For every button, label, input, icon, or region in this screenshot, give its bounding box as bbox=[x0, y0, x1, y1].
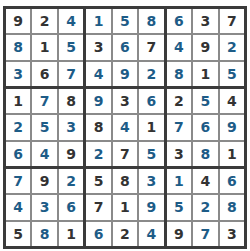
block-2-1: 178253649 bbox=[6, 89, 83, 166]
cell-r4c5[interactable]: 3 bbox=[113, 89, 137, 113]
cell-r8c6[interactable]: 9 bbox=[139, 195, 163, 219]
block-1-3: 637492815 bbox=[167, 9, 244, 86]
cell-r6c2[interactable]: 4 bbox=[32, 142, 56, 166]
cell-r4c9[interactable]: 4 bbox=[220, 89, 244, 113]
cell-r7c2[interactable]: 9 bbox=[32, 169, 56, 193]
block-1-1: 924815367 bbox=[6, 9, 83, 86]
cell-r9c3[interactable]: 1 bbox=[59, 222, 83, 246]
cell-r3c4[interactable]: 4 bbox=[86, 62, 110, 86]
cell-r8c9[interactable]: 8 bbox=[220, 195, 244, 219]
cell-r9c1[interactable]: 5 bbox=[6, 222, 30, 246]
cell-r5c4[interactable]: 8 bbox=[86, 115, 110, 139]
cell-r1c4[interactable]: 1 bbox=[86, 9, 110, 33]
cell-r1c3[interactable]: 4 bbox=[59, 9, 83, 33]
cell-r9c6[interactable]: 4 bbox=[139, 222, 163, 246]
cell-r3c2[interactable]: 6 bbox=[32, 62, 56, 86]
cell-r7c9[interactable]: 6 bbox=[220, 169, 244, 193]
cell-r9c7[interactable]: 9 bbox=[167, 222, 191, 246]
cell-r6c5[interactable]: 7 bbox=[113, 142, 137, 166]
cell-r7c1[interactable]: 7 bbox=[6, 169, 30, 193]
cell-r3c5[interactable]: 9 bbox=[113, 62, 137, 86]
cell-r8c3[interactable]: 6 bbox=[59, 195, 83, 219]
cell-r1c1[interactable]: 9 bbox=[6, 9, 30, 33]
cell-r2c1[interactable]: 8 bbox=[6, 35, 30, 59]
cell-r8c8[interactable]: 2 bbox=[193, 195, 217, 219]
cell-r3c8[interactable]: 1 bbox=[193, 62, 217, 86]
cell-r8c1[interactable]: 4 bbox=[6, 195, 30, 219]
block-2-3: 254769381 bbox=[167, 89, 244, 166]
cell-r9c5[interactable]: 2 bbox=[113, 222, 137, 246]
cell-r2c3[interactable]: 5 bbox=[59, 35, 83, 59]
cell-r8c5[interactable]: 1 bbox=[113, 195, 137, 219]
cell-r7c5[interactable]: 8 bbox=[113, 169, 137, 193]
cell-r5c3[interactable]: 3 bbox=[59, 115, 83, 139]
cell-r2c4[interactable]: 3 bbox=[86, 35, 110, 59]
cell-r6c6[interactable]: 5 bbox=[139, 142, 163, 166]
cell-r9c2[interactable]: 8 bbox=[32, 222, 56, 246]
cell-r8c4[interactable]: 7 bbox=[86, 195, 110, 219]
cell-r6c7[interactable]: 3 bbox=[167, 142, 191, 166]
cell-r7c4[interactable]: 5 bbox=[86, 169, 110, 193]
cell-r7c3[interactable]: 2 bbox=[59, 169, 83, 193]
cell-r5c9[interactable]: 9 bbox=[220, 115, 244, 139]
cell-r1c9[interactable]: 7 bbox=[220, 9, 244, 33]
cell-r4c6[interactable]: 6 bbox=[139, 89, 163, 113]
cell-r5c7[interactable]: 7 bbox=[167, 115, 191, 139]
cell-r4c1[interactable]: 1 bbox=[6, 89, 30, 113]
cell-r6c3[interactable]: 9 bbox=[59, 142, 83, 166]
cell-r2c7[interactable]: 4 bbox=[167, 35, 191, 59]
cell-r4c8[interactable]: 5 bbox=[193, 89, 217, 113]
cell-r6c9[interactable]: 1 bbox=[220, 142, 244, 166]
cell-r2c2[interactable]: 1 bbox=[32, 35, 56, 59]
cell-r4c2[interactable]: 7 bbox=[32, 89, 56, 113]
cell-r3c9[interactable]: 5 bbox=[220, 62, 244, 86]
cell-r3c3[interactable]: 7 bbox=[59, 62, 83, 86]
cell-r4c3[interactable]: 8 bbox=[59, 89, 83, 113]
block-3-3: 146528973 bbox=[167, 169, 244, 246]
cell-r8c7[interactable]: 5 bbox=[167, 195, 191, 219]
cell-r5c6[interactable]: 1 bbox=[139, 115, 163, 139]
cell-r8c2[interactable]: 3 bbox=[32, 195, 56, 219]
cell-r6c8[interactable]: 8 bbox=[193, 142, 217, 166]
cell-r7c8[interactable]: 4 bbox=[193, 169, 217, 193]
cell-r2c8[interactable]: 9 bbox=[193, 35, 217, 59]
cell-r1c2[interactable]: 2 bbox=[32, 9, 56, 33]
cell-r1c6[interactable]: 8 bbox=[139, 9, 163, 33]
cell-r1c5[interactable]: 5 bbox=[113, 9, 137, 33]
cell-r2c9[interactable]: 2 bbox=[220, 35, 244, 59]
block-3-2: 583719624 bbox=[86, 169, 163, 246]
cell-r3c7[interactable]: 8 bbox=[167, 62, 191, 86]
cell-r5c8[interactable]: 6 bbox=[193, 115, 217, 139]
cell-r5c5[interactable]: 4 bbox=[113, 115, 137, 139]
cell-r7c6[interactable]: 3 bbox=[139, 169, 163, 193]
cell-r2c5[interactable]: 6 bbox=[113, 35, 137, 59]
block-2-2: 936841275 bbox=[86, 89, 163, 166]
cell-r6c1[interactable]: 6 bbox=[6, 142, 30, 166]
cell-r5c1[interactable]: 2 bbox=[6, 115, 30, 139]
cell-r5c2[interactable]: 5 bbox=[32, 115, 56, 139]
cell-r9c8[interactable]: 7 bbox=[193, 222, 217, 246]
cell-r4c7[interactable]: 2 bbox=[167, 89, 191, 113]
sudoku-board: 9248153671583674926374928151782536499368… bbox=[3, 6, 247, 249]
cell-r1c7[interactable]: 6 bbox=[167, 9, 191, 33]
cell-r1c8[interactable]: 3 bbox=[193, 9, 217, 33]
cell-r7c7[interactable]: 1 bbox=[167, 169, 191, 193]
cell-r9c4[interactable]: 6 bbox=[86, 222, 110, 246]
cell-r4c4[interactable]: 9 bbox=[86, 89, 110, 113]
cell-r3c1[interactable]: 3 bbox=[6, 62, 30, 86]
block-3-1: 792436581 bbox=[6, 169, 83, 246]
block-1-2: 158367492 bbox=[86, 9, 163, 86]
cell-r6c4[interactable]: 2 bbox=[86, 142, 110, 166]
cell-r9c9[interactable]: 3 bbox=[220, 222, 244, 246]
cell-r3c6[interactable]: 2 bbox=[139, 62, 163, 86]
cell-r2c6[interactable]: 7 bbox=[139, 35, 163, 59]
